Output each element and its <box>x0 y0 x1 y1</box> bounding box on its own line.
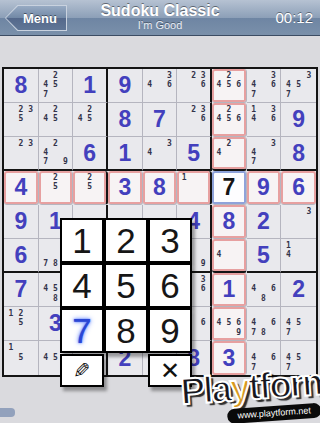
menu-button[interactable]: Menu <box>5 5 67 31</box>
pencil-mark-4: 4 <box>214 319 224 329</box>
pencil-mark-9: 9 <box>198 260 208 269</box>
pencil-marks: 2457 <box>41 71 71 100</box>
pencil-mark-3: 3 <box>304 207 314 217</box>
cell-r8c8[interactable]: 4678 <box>247 307 282 341</box>
pencil-mark-8: 8 <box>51 260 61 269</box>
app-title: Sudoku Classic <box>70 2 250 20</box>
pencil-mark-2: 2 <box>224 105 234 115</box>
pencil-mark-2: 2 <box>51 139 61 148</box>
pencil-mark-6: 6 <box>164 81 174 91</box>
pencil-mark-6: 6 <box>198 115 208 125</box>
cell-r8c1[interactable]: 125 <box>4 307 39 341</box>
difficulty-label: I’m Good <box>70 19 250 31</box>
pencil-mark-4: 4 <box>41 115 51 125</box>
pencil-marks: 3457 <box>283 71 314 100</box>
pencil-mark-3: 3 <box>268 105 278 115</box>
cell-r2c6[interactable]: 236 <box>177 103 212 137</box>
pencil-mark-4: 4 <box>249 81 259 91</box>
cell-r1c4[interactable]: 9 <box>108 69 143 103</box>
pencil-marks: 457 <box>283 309 314 338</box>
pencil-mark-4: 4 <box>41 148 51 157</box>
pencil-marks: 236 <box>179 71 208 100</box>
pencil-marks: 2479 <box>41 139 71 167</box>
cell-value: 8 <box>108 103 142 136</box>
pencil-mark-5: 5 <box>85 115 95 125</box>
pencil-mark-4: 4 <box>214 81 224 91</box>
pencil-mark-6: 6 <box>198 81 208 91</box>
pencil-mark-2: 2 <box>51 71 61 81</box>
pencil-marks: 3 <box>283 207 314 236</box>
pencil-mark-4: 4 <box>214 250 224 259</box>
cell-r2c4[interactable]: 8 <box>108 103 143 137</box>
picker-digit-4[interactable]: 4 <box>60 263 104 308</box>
pencil-mark-2: 2 <box>85 173 95 183</box>
picker-gap <box>104 354 148 387</box>
pencil-mark-3: 3 <box>198 105 208 115</box>
title-block: Sudoku Classic I’m Good <box>70 0 250 36</box>
cell-r2c2[interactable]: 245 <box>39 103 74 137</box>
pencil-mark-4: 4 <box>249 319 259 329</box>
pencil-mark-2: 2 <box>85 105 95 115</box>
watermark-logo: Playtform <box>180 364 320 408</box>
pencil-mark-4: 4 <box>283 353 293 363</box>
pencil-mark-4: 4 <box>214 148 224 157</box>
pencil-mark-2: 2 <box>189 105 199 115</box>
pencil-mark-3: 3 <box>198 71 208 81</box>
cell-r3c3[interactable]: 6 <box>73 137 108 171</box>
cell-value: 7 <box>143 103 177 136</box>
cell-value: 6 <box>73 137 106 169</box>
pencil-mark-5: 5 <box>16 353 26 363</box>
cell-r4c4[interactable]: 3 <box>108 171 143 205</box>
cell-r3c6[interactable]: 5 <box>177 137 212 171</box>
pencil-mark-5: 5 <box>294 81 304 91</box>
pencil-mark-5: 5 <box>51 81 61 91</box>
cell-r6c9[interactable]: 14 <box>281 239 316 273</box>
cell-value: 4 <box>4 171 38 204</box>
cell-r2c3[interactable]: 245 <box>73 103 108 137</box>
pencil-mark-9: 9 <box>60 158 70 167</box>
pencil-icon: ✎ <box>73 359 91 383</box>
pencil-mark-7: 7 <box>41 260 51 269</box>
cell-r3c1[interactable]: 23 <box>4 137 39 171</box>
cell-value: 9 <box>108 69 142 102</box>
pencil-marks: 468 <box>249 275 279 304</box>
pencil-mark-4: 4 <box>283 319 293 329</box>
pencil-mark-3: 3 <box>304 71 314 81</box>
pencil-mark-4: 4 <box>249 148 259 157</box>
cell-r1c8[interactable]: 3467 <box>247 69 282 103</box>
cell-r4c1[interactable]: 4 <box>4 171 39 205</box>
pencil-mark-3: 3 <box>164 139 174 148</box>
pencil-marks: 1346 <box>249 105 279 134</box>
cell-value: 1 <box>73 69 106 102</box>
cell-r3c4[interactable]: 1 <box>108 137 143 171</box>
cell-r1c9[interactable]: 3457 <box>281 69 316 103</box>
pencil-mark-7: 7 <box>249 90 259 100</box>
pencil-marks: 1 <box>179 173 208 202</box>
pencil-mark-6: 6 <box>268 319 278 329</box>
cell-value: 8 <box>212 205 246 238</box>
pencil-mark-6: 6 <box>198 285 208 295</box>
pencil-mark-2: 2 <box>224 139 234 148</box>
pencil-mark-3: 3 <box>198 275 208 285</box>
pencil-marks: 3467 <box>249 71 279 100</box>
cell-r7c1[interactable]: 7 <box>4 273 39 307</box>
pencil-mark-6: 6 <box>268 81 278 91</box>
picker-digit-8[interactable]: 8 <box>104 308 148 353</box>
picker-digit-7[interactable]: 7 <box>60 308 104 353</box>
cell-r2c7[interactable]: 2456 <box>212 103 247 137</box>
cell-value: 6 <box>4 239 38 271</box>
pencil-marks: 23 <box>6 139 36 167</box>
cell-r4c6[interactable]: 1 <box>177 171 212 205</box>
pencil-mode-button[interactable]: ✎ <box>60 354 104 387</box>
cell-r2c1[interactable]: 235 <box>4 103 39 137</box>
pencil-mark-7: 7 <box>283 328 293 338</box>
pencil-mark-5: 5 <box>294 319 304 329</box>
pencil-mark-7: 7 <box>283 90 293 100</box>
cell-r4c7[interactable]: 7 <box>212 171 247 205</box>
pencil-mark-2: 2 <box>51 173 61 183</box>
pencil-mark-7: 7 <box>41 158 51 167</box>
pencil-marks: 235 <box>6 105 36 134</box>
pencil-mark-5: 5 <box>85 183 95 193</box>
pencil-marks: 2456 <box>214 105 244 134</box>
cell-value: 5 <box>177 137 210 169</box>
pencil-mark-7: 7 <box>249 328 259 338</box>
pencil-mark-4: 4 <box>41 285 51 295</box>
cell-value: 8 <box>281 137 316 169</box>
pencil-mark-6: 6 <box>234 115 244 125</box>
pencil-marks: 125 <box>6 309 36 338</box>
pencil-marks: 4678 <box>249 309 279 338</box>
close-icon: ✕ <box>160 357 180 385</box>
pencil-mark-4: 4 <box>249 115 259 125</box>
pencil-marks: 245 <box>41 105 71 134</box>
pencil-marks: 25 <box>41 173 71 202</box>
cell-r5c1[interactable]: 9 <box>4 205 39 239</box>
cell-r1c7[interactable]: 2456 <box>212 69 247 103</box>
pencil-mark-2: 2 <box>224 71 234 81</box>
pencil-mark-1: 1 <box>179 173 189 183</box>
pencil-mark-3: 3 <box>268 71 278 81</box>
pencil-mark-6: 6 <box>268 115 278 125</box>
cell-value: 2 <box>247 205 281 238</box>
pencil-marks: 4 <box>214 241 244 269</box>
cell-r1c6[interactable]: 236 <box>177 69 212 103</box>
pencil-mark-4: 4 <box>145 148 155 157</box>
pencil-mark-1: 1 <box>6 309 16 319</box>
cell-r1c3[interactable]: 1 <box>73 69 108 103</box>
pencil-mark-3: 3 <box>164 71 174 81</box>
cell-value: 1 <box>108 137 142 169</box>
cell-r2c8[interactable]: 1346 <box>247 103 282 137</box>
pencil-mark-2: 2 <box>51 105 61 115</box>
pencil-mark-4: 4 <box>41 353 51 363</box>
pencil-mark-1: 1 <box>249 105 259 115</box>
pencil-marks: 346 <box>145 71 175 100</box>
pencil-mark-6: 6 <box>234 81 244 91</box>
pencil-mark-2: 2 <box>16 139 26 148</box>
cell-value: 5 <box>247 239 281 271</box>
cell-r5c8[interactable]: 2 <box>247 205 282 239</box>
cell-r1c5[interactable]: 346 <box>143 69 178 103</box>
cell-r3c5[interactable]: 34 <box>143 137 178 171</box>
picker-digit-9[interactable]: 9 <box>148 308 192 353</box>
pencil-mark-4: 4 <box>249 285 259 295</box>
cell-r4c2[interactable]: 25 <box>39 171 74 205</box>
pencil-mark-6: 6 <box>268 353 278 363</box>
cell-r3c7[interactable]: 24 <box>212 137 247 171</box>
cell-value: 3 <box>108 171 142 204</box>
cell-r5c9[interactable]: 3 <box>281 205 316 239</box>
cell-r9c1[interactable]: 15 <box>4 341 39 375</box>
pencil-mark-3: 3 <box>26 105 36 115</box>
pencil-mark-5: 5 <box>51 115 61 125</box>
cell-r3c2[interactable]: 2479 <box>39 137 74 171</box>
pencil-mark-4: 4 <box>249 353 259 363</box>
pencil-mark-6: 6 <box>268 285 278 295</box>
pencil-mark-5: 5 <box>51 285 61 295</box>
cell-r1c1[interactable]: 8 <box>4 69 39 103</box>
pencil-mark-8: 8 <box>51 294 61 304</box>
pencil-mark-4: 4 <box>41 81 51 91</box>
pencil-mark-2: 2 <box>16 309 26 319</box>
picker-toolbar: ✎ ✕ <box>60 354 192 387</box>
pencil-mark-5: 5 <box>294 353 304 363</box>
picker-digit-1[interactable]: 1 <box>60 218 104 263</box>
pencil-marks: 15 <box>6 343 36 373</box>
watermark-url: www.playtform.net <box>227 403 320 423</box>
cell-r4c3[interactable]: 25 <box>73 171 108 205</box>
pencil-mark-4: 4 <box>75 115 85 125</box>
cell-value: 9 <box>247 171 281 204</box>
picker-digit-6[interactable]: 6 <box>148 263 192 308</box>
pencil-marks: 347 <box>249 139 279 167</box>
pencil-mark-5: 5 <box>16 319 26 329</box>
cell-value: 7 <box>4 273 38 306</box>
cell-value: 2 <box>281 273 316 306</box>
pencil-mark-5: 5 <box>224 115 234 125</box>
pencil-mark-8: 8 <box>259 328 269 338</box>
cell-r5c7[interactable]: 8 <box>212 205 247 239</box>
cell-r7c8[interactable]: 468 <box>247 273 282 307</box>
cell-r8c9[interactable]: 457 <box>281 307 316 341</box>
playtform-watermark: Playtform www.playtform.net <box>180 364 320 423</box>
pencil-marks: 24 <box>214 139 244 167</box>
pencil-mark-3: 3 <box>26 139 36 148</box>
cell-value: 8 <box>4 69 38 102</box>
cell-r3c8[interactable]: 347 <box>247 137 282 171</box>
pencil-mark-5: 5 <box>51 183 61 193</box>
cell-value: 9 <box>281 103 316 136</box>
cell-r2c9[interactable]: 9 <box>281 103 316 137</box>
cell-r3c9[interactable]: 8 <box>281 137 316 171</box>
cell-value: 8 <box>143 171 177 204</box>
pencil-mark-6: 6 <box>198 319 208 329</box>
pencil-mark-6: 6 <box>234 319 244 329</box>
cell-r4c5[interactable]: 8 <box>143 171 178 205</box>
cell-r7c7[interactable]: 1 <box>212 273 247 307</box>
pencil-mark-8: 8 <box>259 294 269 304</box>
pencil-mark-7: 7 <box>249 158 259 167</box>
cell-r6c7[interactable]: 4 <box>212 239 247 273</box>
menu-button-label: Menu <box>6 6 66 30</box>
pencil-mark-1: 1 <box>283 241 293 250</box>
pencil-mark-9: 9 <box>234 328 244 338</box>
pencil-marks: 34 <box>145 139 175 167</box>
cell-r4c9[interactable]: 6 <box>281 171 316 205</box>
cell-r2c5[interactable]: 7 <box>143 103 178 137</box>
pencil-mark-4: 4 <box>214 115 224 125</box>
picker-digit-grid: 123456789 <box>60 218 192 353</box>
picker-digit-2[interactable]: 2 <box>104 218 148 263</box>
cell-r4c8[interactable]: 9 <box>247 171 282 205</box>
pencil-mark-1: 1 <box>6 343 16 353</box>
pencil-marks: 14 <box>283 241 314 269</box>
cell-r6c1[interactable]: 6 <box>4 239 39 273</box>
cell-value: 6 <box>281 171 316 204</box>
pencil-mark-5: 5 <box>224 319 234 329</box>
cell-value: 9 <box>4 205 38 238</box>
pencil-mark-5: 5 <box>51 353 61 363</box>
game-timer: 00:12 <box>275 9 313 26</box>
pencil-marks: 25 <box>75 173 104 202</box>
cell-value: 7 <box>212 171 246 204</box>
picker-digit-3[interactable]: 3 <box>148 218 192 263</box>
pencil-mark-2: 2 <box>189 71 199 81</box>
cell-value: 1 <box>212 273 246 306</box>
pencil-mark-4: 4 <box>283 250 293 259</box>
picker-digit-5[interactable]: 5 <box>104 263 148 308</box>
pencil-mark-3: 3 <box>268 139 278 148</box>
pencil-mark-2: 2 <box>16 105 26 115</box>
pencil-mark-5: 5 <box>16 115 26 125</box>
cell-r7c9[interactable]: 2 <box>281 273 316 307</box>
pencil-mark-7: 7 <box>41 90 51 100</box>
pencil-marks: 236 <box>179 105 208 134</box>
number-picker-popup: 123456789 ✎ ✕ <box>60 218 192 387</box>
pencil-marks: 245 <box>75 105 104 134</box>
navigation-bar: Menu Sudoku Classic I’m Good 00:12 <box>0 0 320 36</box>
pencil-marks: 4569 <box>214 309 244 338</box>
pencil-mark-4: 4 <box>283 81 293 91</box>
pencil-marks: 2456 <box>214 71 244 100</box>
corner-artifact <box>0 408 15 417</box>
cell-r8c7[interactable]: 4569 <box>212 307 247 341</box>
pencil-mark-5: 5 <box>224 81 234 91</box>
cell-r6c8[interactable]: 5 <box>247 239 282 273</box>
cell-r1c2[interactable]: 2457 <box>39 69 74 103</box>
pencil-mark-4: 4 <box>145 81 155 91</box>
